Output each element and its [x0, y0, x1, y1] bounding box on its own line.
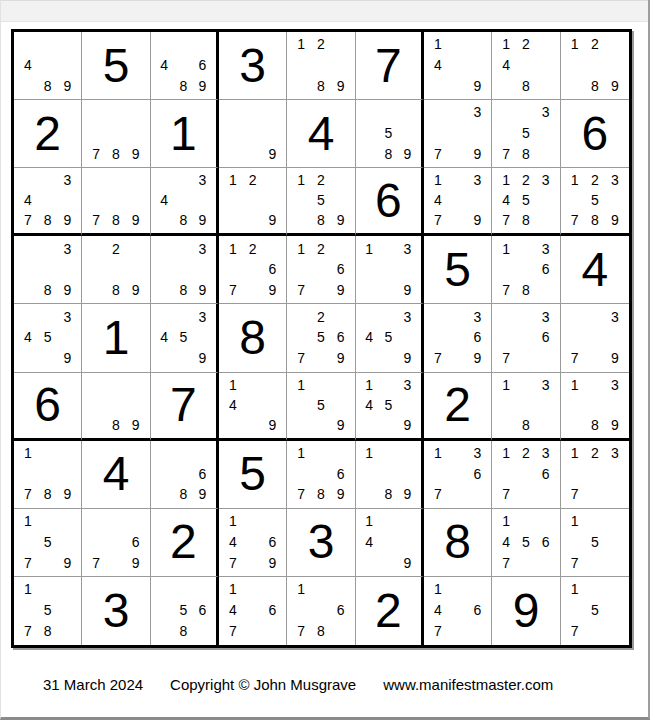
candidate-digit: 2 — [249, 173, 257, 187]
cell-value: 2 — [356, 577, 421, 645]
candidate-digit: 6 — [542, 330, 550, 344]
pencil-marks: 1248 — [492, 32, 559, 99]
candidate-digit: 5 — [317, 330, 325, 344]
candidate-digit: 8 — [112, 418, 120, 432]
cell-r2c5[interactable]: 4 — [287, 100, 355, 168]
candidate-digit: 6 — [269, 262, 277, 276]
candidate-digit: 5 — [384, 398, 392, 412]
candidate-digit: 7 — [24, 624, 32, 638]
pencil-marks: 1289 — [287, 32, 354, 99]
candidate-digit: 6 — [269, 535, 277, 549]
candidate-digit: 6 — [542, 535, 550, 549]
cell-r6c4[interactable]: 149 — [219, 373, 287, 441]
cell-value: 4 — [287, 100, 354, 167]
footer: 31 March 2024 Copyright © John Musgrave … — [43, 676, 553, 693]
candidate-digit: 3 — [611, 446, 619, 460]
pencil-marks: 189 — [356, 441, 421, 508]
cell-r1c1[interactable]: 489 — [14, 32, 82, 100]
candidate-digit: 1 — [297, 582, 305, 596]
pencil-marks: 16789 — [287, 441, 354, 508]
candidate-digit: 9 — [611, 79, 619, 93]
candidate-digit: 9 — [269, 213, 277, 227]
pencil-marks: 139 — [356, 236, 421, 303]
candidate-digit: 9 — [269, 147, 277, 161]
cell-r4c2[interactable]: 289 — [82, 236, 150, 304]
candidate-digit: 3 — [611, 378, 619, 392]
cell-r7c7[interactable]: 1367 — [424, 441, 492, 509]
cell-r6c5[interactable]: 159 — [287, 373, 355, 441]
cell-r6c3[interactable]: 7 — [151, 373, 219, 441]
pencil-marks: 1234578 — [492, 168, 559, 233]
pencil-marks: 789 — [82, 168, 149, 233]
candidate-digit: 4 — [365, 535, 373, 549]
candidate-digit: 9 — [337, 418, 345, 432]
candidate-digit: 9 — [199, 487, 207, 501]
footer-website: www.manifestmaster.com — [383, 676, 553, 693]
candidate-digit: 5 — [44, 330, 52, 344]
pencil-marks: 12679 — [219, 236, 286, 303]
candidate-digit: 3 — [474, 105, 482, 119]
candidate-digit: 1 — [229, 582, 237, 596]
pencil-marks: 379 — [561, 304, 629, 371]
candidate-digit: 1 — [502, 242, 510, 256]
cell-r6c7[interactable]: 2 — [424, 373, 492, 441]
candidate-digit: 1 — [502, 446, 510, 460]
candidate-digit: 8 — [317, 487, 325, 501]
candidate-digit: 9 — [199, 351, 207, 365]
pencil-marks: 367 — [492, 304, 559, 371]
candidate-digit: 5 — [317, 193, 325, 207]
candidate-digit: 3 — [542, 173, 550, 187]
candidate-digit: 9 — [474, 79, 482, 93]
cell-r4c8[interactable]: 13678 — [492, 236, 560, 304]
candidate-digit: 6 — [199, 58, 207, 72]
candidate-digit: 8 — [44, 79, 52, 93]
cell-value: 3 — [82, 577, 149, 645]
candidate-digit: 7 — [434, 213, 442, 227]
candidate-digit: 7 — [571, 624, 579, 638]
candidate-digit: 8 — [179, 79, 187, 93]
pencil-marks: 389 — [14, 236, 81, 303]
pencil-marks: 34789 — [14, 168, 81, 233]
candidate-digit: 4 — [160, 58, 168, 72]
cell-r7c5[interactable]: 16789 — [287, 441, 355, 509]
cell-r3c3[interactable]: 3489 — [151, 168, 219, 236]
cell-r3c1[interactable]: 34789 — [14, 168, 82, 236]
window-top-strip — [1, 0, 648, 22]
candidate-digit: 7 — [434, 487, 442, 501]
cell-r8c8[interactable]: 14567 — [492, 509, 560, 577]
candidate-digit: 9 — [611, 351, 619, 365]
candidate-digit: 5 — [179, 330, 187, 344]
cell-r4c5[interactable]: 12679 — [287, 236, 355, 304]
cell-r6c9[interactable]: 1389 — [561, 373, 629, 441]
pencil-marks: 157 — [561, 509, 629, 576]
candidate-digit: 6 — [337, 330, 345, 344]
candidate-digit: 8 — [591, 213, 599, 227]
cell-r5c8[interactable]: 367 — [492, 304, 560, 372]
pencil-marks: 157 — [561, 577, 629, 645]
candidate-digit: 1 — [24, 514, 32, 528]
candidate-digit: 7 — [24, 556, 32, 570]
candidate-digit: 8 — [317, 624, 325, 638]
candidate-digit: 4 — [434, 58, 442, 72]
candidate-digit: 6 — [199, 603, 207, 617]
candidate-digit: 4 — [502, 58, 510, 72]
candidate-digit: 1 — [571, 446, 579, 460]
cell-r5c2[interactable]: 1 — [82, 304, 150, 372]
candidate-digit: 3 — [474, 173, 482, 187]
candidate-digit: 7 — [297, 351, 305, 365]
cell-r8c3[interactable]: 2 — [151, 509, 219, 577]
candidate-digit: 7 — [502, 556, 510, 570]
cell-r9c9[interactable]: 157 — [561, 577, 629, 645]
pencil-marks: 149 — [424, 32, 491, 99]
cell-r3c9[interactable]: 1235789 — [561, 168, 629, 236]
cell-r6c6[interactable]: 13459 — [356, 373, 424, 441]
cell-r5c7[interactable]: 3679 — [424, 304, 492, 372]
candidate-digit: 1 — [297, 173, 305, 187]
pencil-marks: 89 — [82, 373, 149, 438]
pencil-marks: 1579 — [14, 509, 81, 576]
candidate-digit: 6 — [337, 603, 345, 617]
candidate-digit: 4 — [229, 398, 237, 412]
cell-value: 2 — [151, 509, 216, 576]
candidate-digit: 6 — [269, 603, 277, 617]
pencil-marks: 12679 — [287, 236, 354, 303]
pencil-marks: 129 — [219, 168, 286, 233]
candidate-digit: 1 — [434, 582, 442, 596]
cell-r8c2[interactable]: 679 — [82, 509, 150, 577]
cell-r4c3[interactable]: 389 — [151, 236, 219, 304]
pencil-marks: 1367 — [424, 441, 491, 508]
candidate-digit: 9 — [474, 351, 482, 365]
pencil-marks: 3489 — [151, 168, 216, 233]
candidate-digit: 4 — [502, 193, 510, 207]
cell-r3c4[interactable]: 129 — [219, 168, 287, 236]
candidate-digit: 8 — [44, 624, 52, 638]
candidate-digit: 9 — [64, 79, 72, 93]
candidate-digit: 4 — [229, 603, 237, 617]
pencil-marks: 289 — [82, 236, 149, 303]
cell-value: 2 — [14, 100, 81, 167]
candidate-digit: 7 — [229, 556, 237, 570]
cell-r4c4[interactable]: 12679 — [219, 236, 287, 304]
candidate-digit: 9 — [132, 418, 140, 432]
pencil-marks: 1467 — [219, 577, 286, 645]
candidate-digit: 9 — [611, 213, 619, 227]
cell-r3c7[interactable]: 13479 — [424, 168, 492, 236]
candidate-digit: 9 — [269, 556, 277, 570]
sudoku-board: 4895468931289714912481289278919458937935… — [11, 29, 632, 648]
candidate-digit: 5 — [522, 535, 530, 549]
cell-value: 4 — [82, 441, 149, 508]
candidate-digit: 9 — [64, 351, 72, 365]
cell-value: 3 — [287, 509, 354, 576]
candidate-digit: 7 — [434, 624, 442, 638]
candidate-digit: 1 — [434, 446, 442, 460]
candidate-digit: 5 — [384, 330, 392, 344]
candidate-digit: 8 — [44, 283, 52, 297]
candidate-digit: 5 — [384, 126, 392, 140]
candidate-digit: 8 — [522, 418, 530, 432]
candidate-digit: 9 — [132, 556, 140, 570]
candidate-digit: 7 — [571, 487, 579, 501]
pencil-marks: 3459 — [14, 304, 81, 371]
candidate-digit: 6 — [132, 535, 140, 549]
candidate-digit: 3 — [199, 173, 207, 187]
cell-r8c6[interactable]: 149 — [356, 509, 424, 577]
cell-r1c4[interactable]: 3 — [219, 32, 287, 100]
cell-r7c1[interactable]: 1789 — [14, 441, 82, 509]
pencil-marks: 1678 — [287, 577, 354, 645]
pencil-marks: 3679 — [424, 304, 491, 371]
candidate-digit: 3 — [542, 446, 550, 460]
cell-r9c3[interactable]: 568 — [151, 577, 219, 645]
candidate-digit: 7 — [502, 147, 510, 161]
candidate-digit: 4 — [434, 193, 442, 207]
candidate-digit: 4 — [24, 193, 32, 207]
candidate-digit: 9 — [269, 283, 277, 297]
cell-r4c6[interactable]: 139 — [356, 236, 424, 304]
candidate-digit: 2 — [112, 242, 120, 256]
candidate-digit: 7 — [297, 487, 305, 501]
cell-r7c9[interactable]: 1237 — [561, 441, 629, 509]
footer-date: 31 March 2024 — [43, 676, 143, 693]
candidate-digit: 8 — [384, 147, 392, 161]
pencil-marks: 149 — [356, 509, 421, 576]
candidate-digit: 8 — [179, 487, 187, 501]
cell-r9c6[interactable]: 2 — [356, 577, 424, 645]
pencil-marks: 149 — [219, 373, 286, 438]
cell-r1c6[interactable]: 7 — [356, 32, 424, 100]
cell-r1c8[interactable]: 1248 — [492, 32, 560, 100]
candidate-digit: 1 — [571, 37, 579, 51]
candidate-digit: 7 — [24, 213, 32, 227]
cell-r1c2[interactable]: 5 — [82, 32, 150, 100]
candidate-digit: 2 — [591, 37, 599, 51]
candidate-digit: 7 — [434, 147, 442, 161]
candidate-digit: 2 — [317, 242, 325, 256]
cell-r5c3[interactable]: 3459 — [151, 304, 219, 372]
candidate-digit: 7 — [297, 624, 305, 638]
candidate-digit: 1 — [365, 378, 373, 392]
candidate-digit: 3 — [542, 378, 550, 392]
pencil-marks: 159 — [287, 373, 354, 438]
candidate-digit: 9 — [337, 213, 345, 227]
candidate-digit: 9 — [404, 351, 412, 365]
cell-r9c2[interactable]: 3 — [82, 577, 150, 645]
cell-r3c6[interactable]: 6 — [356, 168, 424, 236]
cell-r4c7[interactable]: 5 — [424, 236, 492, 304]
pencil-marks: 13479 — [424, 168, 491, 233]
cell-r9c7[interactable]: 1467 — [424, 577, 492, 645]
candidate-digit: 6 — [474, 330, 482, 344]
candidate-digit: 8 — [522, 213, 530, 227]
candidate-digit: 7 — [297, 283, 305, 297]
cell-r9c4[interactable]: 1467 — [219, 577, 287, 645]
cell-r3c2[interactable]: 789 — [82, 168, 150, 236]
cell-r8c9[interactable]: 157 — [561, 509, 629, 577]
cell-r8c7[interactable]: 8 — [424, 509, 492, 577]
pencil-marks: 3459 — [356, 304, 421, 371]
cell-value: 9 — [492, 577, 559, 645]
candidate-digit: 6 — [337, 262, 345, 276]
cell-r9c8[interactable]: 9 — [492, 577, 560, 645]
pencil-marks: 138 — [492, 373, 559, 438]
candidate-digit: 7 — [571, 213, 579, 227]
candidate-digit: 8 — [179, 624, 187, 638]
candidate-digit: 8 — [317, 79, 325, 93]
pencil-marks: 1289 — [561, 32, 629, 99]
candidate-digit: 8 — [591, 79, 599, 93]
cell-r3c5[interactable]: 12589 — [287, 168, 355, 236]
cell-r5c6[interactable]: 3459 — [356, 304, 424, 372]
candidate-digit: 1 — [297, 242, 305, 256]
cell-r2c1[interactable]: 2 — [14, 100, 82, 168]
cell-r1c5[interactable]: 1289 — [287, 32, 355, 100]
candidate-digit: 6 — [199, 467, 207, 481]
candidate-digit: 7 — [92, 213, 100, 227]
cell-value: 5 — [219, 441, 286, 508]
cell-r7c6[interactable]: 189 — [356, 441, 424, 509]
candidate-digit: 8 — [317, 213, 325, 227]
candidate-digit: 1 — [571, 582, 579, 596]
cell-r4c1[interactable]: 389 — [14, 236, 82, 304]
candidate-digit: 1 — [229, 378, 237, 392]
cell-r8c5[interactable]: 3 — [287, 509, 355, 577]
cell-value: 8 — [424, 509, 491, 576]
candidate-digit: 3 — [64, 310, 72, 324]
candidate-digit: 9 — [474, 147, 482, 161]
cell-value: 6 — [14, 373, 81, 438]
cell-r7c8[interactable]: 12367 — [492, 441, 560, 509]
cell-r6c8[interactable]: 138 — [492, 373, 560, 441]
cell-r6c2[interactable]: 89 — [82, 373, 150, 441]
cell-r1c9[interactable]: 1289 — [561, 32, 629, 100]
candidate-digit: 9 — [64, 556, 72, 570]
candidate-digit: 9 — [404, 556, 412, 570]
candidate-digit: 8 — [44, 213, 52, 227]
pencil-marks: 389 — [151, 236, 216, 303]
cell-r2c8[interactable]: 3578 — [492, 100, 560, 168]
pencil-marks: 1578 — [14, 577, 81, 645]
cell-r2c6[interactable]: 589 — [356, 100, 424, 168]
cell-r7c4[interactable]: 5 — [219, 441, 287, 509]
cell-r3c8[interactable]: 1234578 — [492, 168, 560, 236]
candidate-digit: 8 — [591, 418, 599, 432]
cell-value: 6 — [561, 100, 629, 167]
candidate-digit: 5 — [179, 603, 187, 617]
pencil-marks: 589 — [356, 100, 421, 167]
candidate-digit: 9 — [337, 283, 345, 297]
pencil-marks: 14567 — [492, 509, 559, 576]
pencil-marks: 379 — [424, 100, 491, 167]
candidate-digit: 1 — [297, 378, 305, 392]
cell-r5c4[interactable]: 8 — [219, 304, 287, 372]
candidate-digit: 1 — [502, 514, 510, 528]
cell-r7c3[interactable]: 689 — [151, 441, 219, 509]
pencil-marks: 4689 — [151, 32, 216, 99]
cell-r7c2[interactable]: 4 — [82, 441, 150, 509]
candidate-digit: 8 — [522, 79, 530, 93]
candidate-digit: 2 — [522, 446, 530, 460]
cell-r5c5[interactable]: 25679 — [287, 304, 355, 372]
cell-r2c9[interactable]: 6 — [561, 100, 629, 168]
candidate-digit: 6 — [474, 603, 482, 617]
candidate-digit: 5 — [317, 398, 325, 412]
cell-r1c7[interactable]: 149 — [424, 32, 492, 100]
cell-r8c1[interactable]: 1579 — [14, 509, 82, 577]
candidate-digit: 9 — [132, 213, 140, 227]
candidate-digit: 9 — [64, 487, 72, 501]
candidate-digit: 2 — [317, 310, 325, 324]
candidate-digit: 2 — [522, 37, 530, 51]
candidate-digit: 9 — [64, 283, 72, 297]
cell-r1c3[interactable]: 4689 — [151, 32, 219, 100]
candidate-digit: 2 — [591, 173, 599, 187]
candidate-digit: 7 — [229, 283, 237, 297]
candidate-digit: 3 — [474, 310, 482, 324]
candidate-digit: 7 — [92, 147, 100, 161]
candidate-digit: 9 — [132, 283, 140, 297]
candidate-digit: 8 — [522, 283, 530, 297]
candidate-digit: 1 — [571, 173, 579, 187]
candidate-digit: 9 — [269, 418, 277, 432]
candidate-digit: 9 — [611, 418, 619, 432]
cell-r2c4[interactable]: 9 — [219, 100, 287, 168]
candidate-digit: 5 — [522, 193, 530, 207]
candidate-digit: 3 — [474, 446, 482, 460]
pencil-marks: 13459 — [356, 373, 421, 438]
pencil-marks: 1467 — [424, 577, 491, 645]
candidate-digit: 7 — [502, 213, 510, 227]
cell-r5c1[interactable]: 3459 — [14, 304, 82, 372]
cell-value: 5 — [424, 236, 491, 303]
cell-r8c4[interactable]: 14679 — [219, 509, 287, 577]
candidate-digit: 6 — [474, 467, 482, 481]
candidate-digit: 9 — [199, 213, 207, 227]
candidate-digit: 6 — [542, 262, 550, 276]
candidate-digit: 3 — [199, 242, 207, 256]
cell-r2c3[interactable]: 1 — [151, 100, 219, 168]
candidate-digit: 9 — [64, 213, 72, 227]
cell-value: 3 — [219, 32, 286, 99]
pencil-marks: 14679 — [219, 509, 286, 576]
candidate-digit: 5 — [44, 535, 52, 549]
pencil-marks: 3578 — [492, 100, 559, 167]
cell-r9c1[interactable]: 1578 — [14, 577, 82, 645]
candidate-digit: 3 — [64, 173, 72, 187]
cell-r5c9[interactable]: 379 — [561, 304, 629, 372]
candidate-digit: 2 — [591, 446, 599, 460]
cell-r9c5[interactable]: 1678 — [287, 577, 355, 645]
candidate-digit: 9 — [337, 79, 345, 93]
candidate-digit: 3 — [542, 105, 550, 119]
candidate-digit: 8 — [384, 487, 392, 501]
cell-r2c2[interactable]: 789 — [82, 100, 150, 168]
candidate-digit: 9 — [132, 147, 140, 161]
cell-r2c7[interactable]: 379 — [424, 100, 492, 168]
cell-value: 1 — [82, 304, 149, 371]
pencil-marks: 3459 — [151, 304, 216, 371]
pencil-marks: 12367 — [492, 441, 559, 508]
candidate-digit: 2 — [317, 37, 325, 51]
cell-r6c1[interactable]: 6 — [14, 373, 82, 441]
cell-r4c9[interactable]: 4 — [561, 236, 629, 304]
footer-copyright: Copyright © John Musgrave — [170, 676, 356, 693]
pencil-marks: 12589 — [287, 168, 354, 233]
